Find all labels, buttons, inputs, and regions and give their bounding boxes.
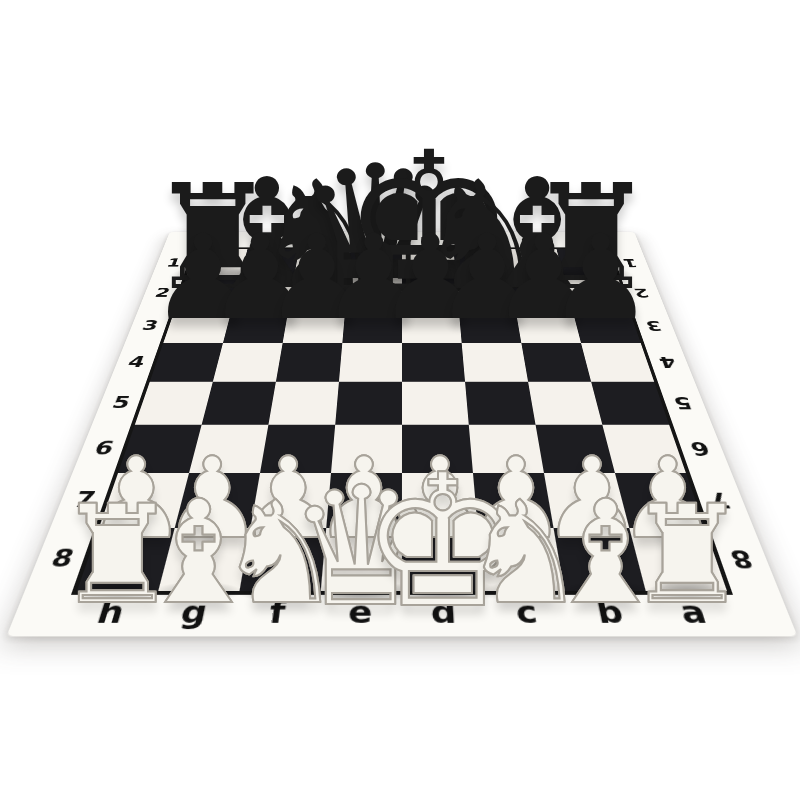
file-label-bottom-d: d — [430, 598, 457, 628]
square-e8[interactable] — [321, 528, 402, 591]
rank-label-left-7: 7 — [71, 490, 98, 510]
file-label-top-d: d — [419, 235, 435, 246]
rank-label-right-3: 3 — [644, 319, 664, 332]
file-label-top-g: g — [266, 235, 284, 246]
file-label-top-e: e — [369, 235, 384, 246]
square-g1[interactable] — [240, 249, 299, 277]
square-b3[interactable] — [515, 309, 581, 344]
square-c3[interactable] — [459, 309, 522, 344]
square-h3[interactable] — [163, 309, 232, 344]
square-e7[interactable] — [326, 473, 402, 528]
square-d3[interactable] — [402, 309, 462, 344]
file-label-bottom-b: b — [594, 598, 626, 628]
square-f1[interactable] — [294, 249, 350, 277]
square-e2[interactable] — [345, 277, 402, 308]
square-d8[interactable] — [402, 528, 483, 591]
rank-label-left-3: 3 — [140, 319, 160, 332]
file-label-bottom-c: c — [514, 598, 539, 628]
square-f4[interactable] — [276, 343, 342, 381]
rank-label-right-4: 4 — [657, 355, 678, 369]
square-g5[interactable] — [202, 382, 276, 425]
file-label-top-b: b — [520, 235, 538, 246]
file-label-bottom-f: f — [267, 598, 286, 628]
square-c8[interactable] — [478, 528, 565, 591]
square-b5[interactable] — [528, 382, 602, 425]
square-h1[interactable] — [186, 249, 247, 277]
chess-set-photo: 1234567812345678hgfedcbahgfedcba ♜♝♞♛♚♞♝… — [0, 0, 800, 800]
rank-label-right-6: 6 — [688, 439, 713, 457]
file-label-top-a: a — [571, 235, 589, 246]
square-c5[interactable] — [465, 382, 536, 425]
square-f3[interactable] — [283, 309, 346, 344]
square-g3[interactable] — [223, 309, 289, 344]
square-d1[interactable] — [402, 249, 456, 277]
file-label-bottom-a: a — [677, 598, 710, 628]
rank-label-left-4: 4 — [126, 355, 147, 369]
square-c7[interactable] — [473, 473, 554, 528]
rank-label-right-7: 7 — [706, 490, 733, 510]
square-d2[interactable] — [402, 277, 459, 308]
square-b1[interactable] — [505, 249, 564, 277]
square-d7[interactable] — [402, 473, 478, 528]
file-label-bottom-g: g — [178, 598, 210, 628]
square-g4[interactable] — [213, 343, 283, 381]
rank-label-left-6: 6 — [92, 439, 117, 457]
square-b6[interactable] — [536, 425, 615, 473]
square-d4[interactable] — [402, 343, 465, 381]
square-g6[interactable] — [189, 425, 268, 473]
square-e3[interactable] — [342, 309, 402, 344]
square-h5[interactable] — [135, 382, 213, 425]
rank-label-right-8: 8 — [727, 547, 756, 570]
square-a3[interactable] — [572, 309, 641, 344]
square-e6[interactable] — [331, 425, 402, 473]
square-f7[interactable] — [250, 473, 331, 528]
square-h2[interactable] — [175, 277, 240, 308]
square-h4[interactable] — [150, 343, 223, 381]
rank-label-right-5: 5 — [671, 395, 694, 411]
square-e1[interactable] — [348, 249, 402, 277]
rank-label-left-1: 1 — [165, 258, 183, 269]
rank-label-left-8: 8 — [48, 547, 77, 570]
square-g8[interactable] — [158, 528, 250, 591]
square-f5[interactable] — [268, 382, 339, 425]
square-a1[interactable] — [556, 249, 617, 277]
square-f8[interactable] — [239, 528, 326, 591]
square-c1[interactable] — [453, 249, 509, 277]
rank-label-left-2: 2 — [153, 287, 172, 299]
square-g2[interactable] — [232, 277, 294, 308]
file-label-top-c: c — [471, 235, 485, 246]
square-b2[interactable] — [510, 277, 572, 308]
square-f6[interactable] — [260, 425, 335, 473]
square-c2[interactable] — [456, 277, 515, 308]
file-label-bottom-e: e — [347, 598, 373, 628]
square-d5[interactable] — [402, 382, 469, 425]
square-c4[interactable] — [462, 343, 528, 381]
file-label-bottom-h: h — [93, 598, 128, 628]
file-label-top-f: f — [320, 235, 331, 246]
square-f2[interactable] — [289, 277, 348, 308]
rank-label-right-1: 1 — [621, 258, 639, 269]
square-d6[interactable] — [402, 425, 473, 473]
square-c6[interactable] — [469, 425, 544, 473]
file-label-top-h: h — [215, 235, 234, 246]
square-e5[interactable] — [335, 382, 402, 425]
square-e4[interactable] — [339, 343, 402, 381]
square-b4[interactable] — [521, 343, 591, 381]
square-a2[interactable] — [564, 277, 629, 308]
square-g7[interactable] — [175, 473, 260, 528]
vinyl-chess-mat: 1234567812345678hgfedcbahgfedcba — [6, 232, 797, 636]
rank-label-right-2: 2 — [632, 287, 651, 299]
rank-label-left-5: 5 — [110, 395, 133, 411]
